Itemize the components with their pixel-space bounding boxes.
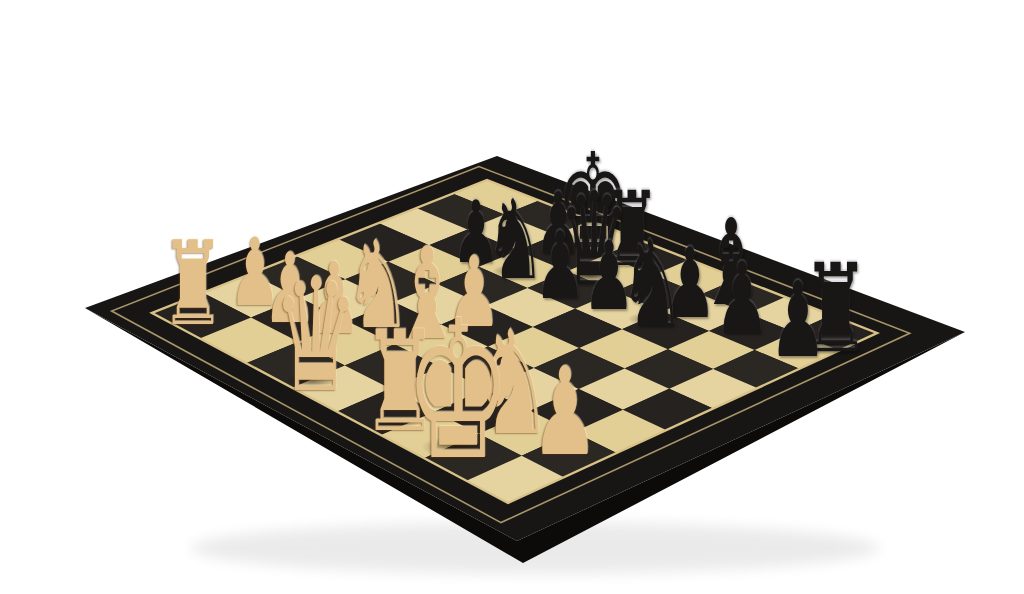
white-rook-a1[interactable]: ♜ <box>161 226 225 342</box>
white-queen-d1[interactable]: ♛ <box>272 257 359 414</box>
black-pawn-h7[interactable]: ♟ <box>769 268 827 372</box>
white-pawn-h2[interactable]: ♟ <box>531 351 599 473</box>
board-scene: ♚♟♟♜♞♛♟♝♟♟♟♟♜♟♞♞♟♟♝♜♟♛♜♞♚♟ <box>0 0 1024 594</box>
white-king-g1[interactable]: ♚ <box>405 295 512 487</box>
black-pawn-g7[interactable]: ♟ <box>714 249 769 348</box>
black-knight-f6[interactable]: ♞ <box>619 225 686 345</box>
